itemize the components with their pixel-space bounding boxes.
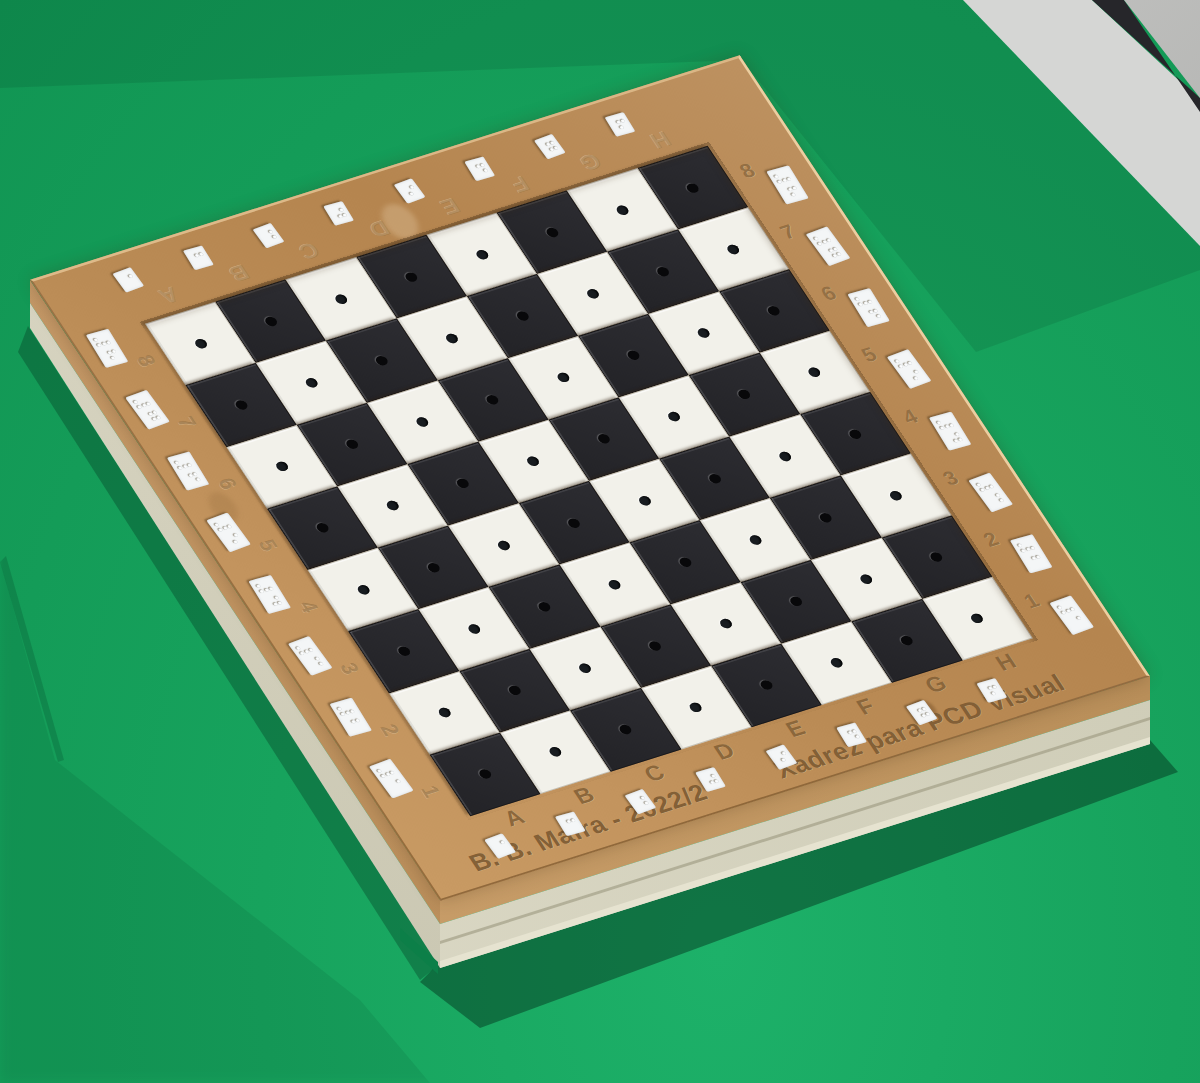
braille-tag-6-bottom-edge (167, 452, 210, 491)
file-label-c-left-edge: C (295, 239, 324, 263)
braille-tag-5-bottom-edge (207, 513, 252, 553)
rank-label-3-top-edge: 3 (939, 468, 962, 489)
peg-hole (547, 746, 563, 758)
braille-tag-2-bottom-edge (330, 698, 373, 737)
braille-tag-a-left-edge (112, 267, 144, 293)
braille-tag-5-top-edge (887, 349, 932, 389)
peg-hole (718, 618, 734, 630)
peg-hole (847, 428, 863, 440)
rank-label-1-bottom-edge: 1 (417, 783, 444, 799)
photo-of-tactile-chess-board: Xadrez para PCD Visual B. B. Mafra - 202… (0, 0, 1200, 1083)
peg-hole (888, 489, 904, 501)
braille-tag-h-left-edge (605, 112, 636, 137)
braille-tag-e-left-edge (393, 178, 425, 204)
braille-tag-d-left-edge (324, 201, 355, 226)
file-label-a-left-edge: A (155, 284, 184, 308)
rank-label-1-top-edge: 1 (1020, 591, 1043, 612)
peg-hole (688, 702, 704, 714)
file-label-d-left-edge: D (366, 217, 395, 241)
file-label-g-right-edge: G (921, 672, 951, 697)
peg-hole (396, 645, 412, 657)
rank-label-2-top-edge: 2 (980, 529, 1003, 550)
rank-label-8-bottom-edge: 8 (133, 353, 160, 369)
file-label-b-left-edge: B (225, 261, 254, 285)
peg-hole (647, 640, 663, 652)
peg-hole (536, 601, 552, 613)
peg-hole (788, 595, 804, 607)
braille-tag-c-left-edge (253, 223, 285, 249)
peg-hole (566, 517, 582, 529)
braille-tag-3-bottom-edge (288, 636, 333, 676)
peg-hole (477, 768, 493, 780)
peg-hole (355, 584, 371, 596)
peg-hole (818, 512, 834, 524)
peg-hole (969, 613, 985, 625)
rank-label-2-bottom-edge: 2 (376, 722, 403, 738)
braille-tag-b-left-edge (183, 245, 214, 270)
peg-hole (829, 657, 845, 669)
file-label-e-right-edge: E (781, 717, 808, 741)
peg-hole (899, 635, 915, 647)
rank-label-5-bottom-edge: 5 (254, 537, 281, 553)
braille-tag-4-bottom-edge (248, 575, 291, 614)
peg-hole (403, 271, 419, 283)
braille-tag-6-top-edge (847, 288, 890, 327)
peg-hole (766, 305, 782, 317)
braille-tag-8-top-edge (766, 165, 809, 204)
peg-hole (333, 293, 349, 305)
peg-hole (666, 411, 682, 423)
peg-hole (677, 556, 693, 568)
peg-hole (807, 366, 823, 378)
braille-tag-7-top-edge (806, 226, 851, 266)
rank-label-6-bottom-edge: 6 (214, 476, 241, 492)
peg-hole (777, 450, 793, 462)
file-label-g-left-edge: G (576, 150, 606, 175)
peg-hole (858, 573, 874, 585)
rank-label-8-top-edge: 8 (736, 160, 759, 181)
peg-hole (636, 495, 652, 507)
peg-hole (496, 539, 512, 551)
peg-hole (577, 662, 593, 674)
peg-hole (625, 349, 641, 361)
rank-label-7-top-edge: 7 (777, 221, 800, 242)
braille-tag-1-top-edge (1050, 596, 1095, 636)
peg-hole (736, 389, 752, 401)
peg-hole (374, 354, 390, 366)
file-label-f-right-edge: F (852, 695, 878, 718)
file-label-f-left-edge: F (508, 173, 534, 196)
rank-label-4-bottom-edge: 4 (295, 599, 322, 615)
file-label-e-left-edge: E (437, 195, 464, 219)
peg-hole (614, 204, 630, 216)
braille-tag-2-top-edge (1010, 534, 1053, 573)
peg-hole (274, 461, 290, 473)
peg-hole (344, 438, 360, 450)
braille-tag-4-top-edge (929, 411, 972, 450)
peg-hole (414, 416, 430, 428)
peg-hole (696, 327, 712, 339)
peg-hole (747, 534, 763, 546)
rank-label-3-bottom-edge: 3 (336, 660, 363, 676)
peg-hole (655, 266, 671, 278)
peg-hole (544, 226, 560, 238)
peg-hole (466, 623, 482, 635)
file-label-h-right-edge: H (992, 650, 1021, 674)
peg-hole (555, 372, 571, 384)
braille-tag-g-left-edge (534, 134, 566, 160)
peg-hole (725, 243, 741, 255)
peg-hole (758, 679, 774, 691)
braille-tag-f-left-edge (464, 156, 495, 181)
braille-tag-3-top-edge (968, 472, 1013, 512)
rank-label-7-bottom-edge: 7 (173, 414, 200, 430)
rank-label-6-top-edge: 6 (817, 283, 840, 304)
peg-hole (385, 500, 401, 512)
peg-hole (525, 455, 541, 467)
file-label-h-left-edge: H (647, 128, 676, 152)
peg-hole (455, 478, 471, 490)
rank-label-4-top-edge: 4 (898, 406, 921, 427)
peg-hole (263, 315, 279, 327)
peg-hole (314, 522, 330, 534)
peg-hole (618, 724, 634, 736)
peg-hole (474, 248, 490, 260)
peg-hole (685, 182, 701, 194)
braille-tag-8-bottom-edge (86, 328, 129, 367)
peg-hole (929, 551, 945, 563)
peg-hole (596, 433, 612, 445)
peg-hole (507, 684, 523, 696)
peg-hole (585, 288, 601, 300)
peg-hole (425, 561, 441, 573)
peg-hole (444, 332, 460, 344)
peg-hole (514, 310, 530, 322)
file-label-c-right-edge: C (640, 761, 669, 785)
peg-hole (485, 394, 501, 406)
peg-hole (707, 472, 723, 484)
file-label-b-right-edge: B (570, 783, 599, 807)
file-label-a-right-edge: A (499, 806, 528, 830)
peg-hole (436, 707, 452, 719)
peg-hole (233, 399, 249, 411)
braille-tag-1-bottom-edge (369, 759, 414, 799)
peg-hole (193, 337, 209, 349)
file-label-d-right-edge: D (710, 739, 739, 763)
peg-hole (303, 377, 319, 389)
peg-hole (607, 578, 623, 590)
rank-label-5-top-edge: 5 (858, 344, 881, 365)
braille-tag-7-bottom-edge (125, 390, 170, 430)
